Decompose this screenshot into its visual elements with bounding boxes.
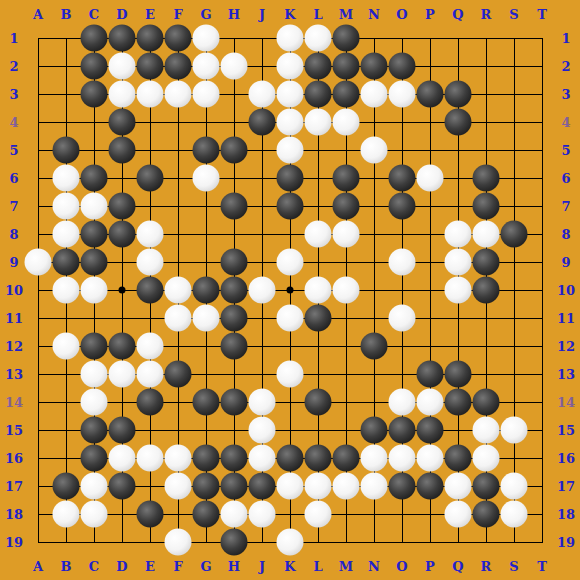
coord-label-left-12: 12 <box>5 339 23 354</box>
stone-black-H5[interactable] <box>221 137 248 164</box>
stone-black-O7[interactable] <box>389 193 416 220</box>
stone-white-K2[interactable] <box>277 53 304 80</box>
stone-black-D7[interactable] <box>109 193 136 220</box>
stone-white-K1[interactable] <box>277 25 304 52</box>
stone-black-M16[interactable] <box>333 445 360 472</box>
stone-black-P17[interactable] <box>417 473 444 500</box>
stone-white-B8[interactable] <box>53 221 80 248</box>
stone-black-C9[interactable] <box>81 249 108 276</box>
coord-label-left-8: 8 <box>9 227 18 242</box>
coord-label-bottom-N: N <box>368 559 380 574</box>
coord-label-left-10: 10 <box>5 283 23 298</box>
stone-white-B18[interactable] <box>53 501 80 528</box>
stone-white-H2[interactable] <box>221 53 248 80</box>
stone-black-H7[interactable] <box>221 193 248 220</box>
stone-white-Q17[interactable] <box>445 473 472 500</box>
stone-white-F11[interactable] <box>165 305 192 332</box>
coord-label-top-L: L <box>313 7 322 22</box>
coord-label-bottom-B: B <box>61 559 72 574</box>
stone-white-E12[interactable] <box>137 333 164 360</box>
coord-label-right-4: 4 <box>561 115 570 130</box>
stone-black-D15[interactable] <box>109 417 136 444</box>
coord-label-right-6: 6 <box>561 171 570 186</box>
coord-label-right-5: 5 <box>561 143 570 158</box>
stone-white-M10[interactable] <box>333 277 360 304</box>
stone-black-B5[interactable] <box>53 137 80 164</box>
stone-white-N5[interactable] <box>361 137 388 164</box>
stone-white-F10[interactable] <box>165 277 192 304</box>
stone-black-E1[interactable] <box>137 25 164 52</box>
stone-white-C13[interactable] <box>81 361 108 388</box>
coord-label-bottom-P: P <box>425 559 435 574</box>
stone-white-K3[interactable] <box>277 81 304 108</box>
stone-black-D8[interactable] <box>109 221 136 248</box>
stone-black-R17[interactable] <box>473 473 500 500</box>
stone-white-R8[interactable] <box>473 221 500 248</box>
stone-black-C6[interactable] <box>81 165 108 192</box>
coord-label-right-18: 18 <box>557 507 575 522</box>
stone-black-M1[interactable] <box>333 25 360 52</box>
stone-white-O14[interactable] <box>389 389 416 416</box>
stone-white-N17[interactable] <box>361 473 388 500</box>
coord-label-right-8: 8 <box>561 227 570 242</box>
coord-label-left-3: 3 <box>9 87 18 102</box>
stone-black-G16[interactable] <box>193 445 220 472</box>
coord-label-bottom-O: O <box>396 559 407 574</box>
stone-black-Q14[interactable] <box>445 389 472 416</box>
coord-label-top-H: H <box>228 7 240 22</box>
coord-label-left-2: 2 <box>9 59 18 74</box>
coord-label-bottom-H: H <box>228 559 240 574</box>
stone-white-J10[interactable] <box>249 277 276 304</box>
coord-label-bottom-D: D <box>116 559 127 574</box>
stone-black-C16[interactable] <box>81 445 108 472</box>
stone-white-M4[interactable] <box>333 109 360 136</box>
coord-label-right-16: 16 <box>557 451 575 466</box>
coord-label-left-16: 16 <box>5 451 23 466</box>
stone-white-M8[interactable] <box>333 221 360 248</box>
stone-black-L3[interactable] <box>305 81 332 108</box>
stone-black-C3[interactable] <box>81 81 108 108</box>
stone-white-H18[interactable] <box>221 501 248 528</box>
coord-label-right-2: 2 <box>561 59 570 74</box>
stone-white-J14[interactable] <box>249 389 276 416</box>
stone-black-M7[interactable] <box>333 193 360 220</box>
stone-black-E6[interactable] <box>137 165 164 192</box>
stone-black-R10[interactable] <box>473 277 500 304</box>
stone-black-M2[interactable] <box>333 53 360 80</box>
stone-black-G17[interactable] <box>193 473 220 500</box>
stone-white-B10[interactable] <box>53 277 80 304</box>
stone-black-R7[interactable] <box>473 193 500 220</box>
coord-label-bottom-T: T <box>537 559 547 574</box>
stone-white-J3[interactable] <box>249 81 276 108</box>
stone-black-H16[interactable] <box>221 445 248 472</box>
stone-black-C2[interactable] <box>81 53 108 80</box>
coord-label-left-18: 18 <box>5 507 23 522</box>
stone-black-H17[interactable] <box>221 473 248 500</box>
stone-black-M6[interactable] <box>333 165 360 192</box>
stone-black-D5[interactable] <box>109 137 136 164</box>
stone-black-H11[interactable] <box>221 305 248 332</box>
stone-white-F17[interactable] <box>165 473 192 500</box>
stone-white-K4[interactable] <box>277 109 304 136</box>
coord-label-bottom-M: M <box>339 559 353 574</box>
stone-black-E10[interactable] <box>137 277 164 304</box>
coord-label-top-J: J <box>259 7 265 22</box>
coord-label-top-O: O <box>396 7 407 22</box>
stone-white-R16[interactable] <box>473 445 500 472</box>
coord-label-left-15: 15 <box>5 423 23 438</box>
stone-white-J15[interactable] <box>249 417 276 444</box>
stone-black-O2[interactable] <box>389 53 416 80</box>
stone-black-O17[interactable] <box>389 473 416 500</box>
stone-black-G14[interactable] <box>193 389 220 416</box>
stone-white-E16[interactable] <box>137 445 164 472</box>
stone-white-D2[interactable] <box>109 53 136 80</box>
coord-label-right-1: 1 <box>561 31 570 46</box>
coord-label-right-10: 10 <box>557 283 575 298</box>
stone-black-H14[interactable] <box>221 389 248 416</box>
stone-white-C14[interactable] <box>81 389 108 416</box>
stone-white-D3[interactable] <box>109 81 136 108</box>
stone-white-B12[interactable] <box>53 333 80 360</box>
stone-black-L14[interactable] <box>305 389 332 416</box>
stone-black-F13[interactable] <box>165 361 192 388</box>
stone-white-G3[interactable] <box>193 81 220 108</box>
stone-white-F16[interactable] <box>165 445 192 472</box>
stone-white-L1[interactable] <box>305 25 332 52</box>
stone-black-F2[interactable] <box>165 53 192 80</box>
coord-label-bottom-K: K <box>284 559 295 574</box>
coord-label-left-7: 7 <box>9 199 18 214</box>
stone-black-P13[interactable] <box>417 361 444 388</box>
star-point-K10 <box>287 287 294 294</box>
coord-label-top-C: C <box>89 7 99 22</box>
stone-white-J18[interactable] <box>249 501 276 528</box>
stone-white-A9[interactable] <box>25 249 52 276</box>
stone-black-J17[interactable] <box>249 473 276 500</box>
stone-white-L17[interactable] <box>305 473 332 500</box>
coord-label-bottom-E: E <box>145 559 155 574</box>
stone-black-O6[interactable] <box>389 165 416 192</box>
stone-white-M17[interactable] <box>333 473 360 500</box>
coord-label-top-B: B <box>61 7 72 22</box>
stone-white-O9[interactable] <box>389 249 416 276</box>
coord-label-left-9: 9 <box>9 255 18 270</box>
stone-black-D12[interactable] <box>109 333 136 360</box>
stone-white-D16[interactable] <box>109 445 136 472</box>
stone-black-L2[interactable] <box>305 53 332 80</box>
stone-white-L8[interactable] <box>305 221 332 248</box>
stone-white-G6[interactable] <box>193 165 220 192</box>
stone-black-B9[interactable] <box>53 249 80 276</box>
stone-black-R6[interactable] <box>473 165 500 192</box>
coord-label-top-S: S <box>509 7 518 22</box>
coord-label-bottom-C: C <box>89 559 99 574</box>
stone-white-P16[interactable] <box>417 445 444 472</box>
coord-label-right-15: 15 <box>557 423 575 438</box>
coord-label-top-E: E <box>145 7 155 22</box>
stone-black-O15[interactable] <box>389 417 416 444</box>
stone-black-E18[interactable] <box>137 501 164 528</box>
stone-black-H19[interactable] <box>221 529 248 556</box>
stone-white-J16[interactable] <box>249 445 276 472</box>
stone-white-N3[interactable] <box>361 81 388 108</box>
stone-white-O3[interactable] <box>389 81 416 108</box>
stone-white-N16[interactable] <box>361 445 388 472</box>
stone-black-G18[interactable] <box>193 501 220 528</box>
stone-black-R18[interactable] <box>473 501 500 528</box>
stone-white-P14[interactable] <box>417 389 444 416</box>
coord-label-bottom-A: A <box>33 559 43 574</box>
coord-label-right-19: 19 <box>557 535 575 550</box>
stone-black-N12[interactable] <box>361 333 388 360</box>
stone-white-K17[interactable] <box>277 473 304 500</box>
stone-black-H12[interactable] <box>221 333 248 360</box>
stone-white-P6[interactable] <box>417 165 444 192</box>
stone-white-L18[interactable] <box>305 501 332 528</box>
stone-white-G11[interactable] <box>193 305 220 332</box>
stone-black-D1[interactable] <box>109 25 136 52</box>
stone-white-L10[interactable] <box>305 277 332 304</box>
stone-white-E3[interactable] <box>137 81 164 108</box>
stone-black-P15[interactable] <box>417 417 444 444</box>
stone-black-N15[interactable] <box>361 417 388 444</box>
stone-white-K11[interactable] <box>277 305 304 332</box>
stone-white-Q8[interactable] <box>445 221 472 248</box>
stone-white-F3[interactable] <box>165 81 192 108</box>
stone-black-K6[interactable] <box>277 165 304 192</box>
coord-label-left-5: 5 <box>9 143 18 158</box>
stone-white-B6[interactable] <box>53 165 80 192</box>
coord-label-top-R: R <box>481 7 492 22</box>
coord-label-top-G: G <box>200 7 211 22</box>
stone-black-C1[interactable] <box>81 25 108 52</box>
coord-label-left-19: 19 <box>5 535 23 550</box>
coord-label-bottom-L: L <box>313 559 322 574</box>
coord-label-right-14: 14 <box>557 395 575 410</box>
stone-white-C7[interactable] <box>81 193 108 220</box>
stone-white-O16[interactable] <box>389 445 416 472</box>
stone-black-G10[interactable] <box>193 277 220 304</box>
stone-black-N2[interactable] <box>361 53 388 80</box>
coord-label-left-4: 4 <box>9 115 18 130</box>
stone-white-Q9[interactable] <box>445 249 472 276</box>
stone-black-Q16[interactable] <box>445 445 472 472</box>
stone-black-K16[interactable] <box>277 445 304 472</box>
coord-label-top-K: K <box>284 7 295 22</box>
stone-black-D4[interactable] <box>109 109 136 136</box>
stone-white-K13[interactable] <box>277 361 304 388</box>
stone-black-R14[interactable] <box>473 389 500 416</box>
coord-label-top-A: A <box>33 7 43 22</box>
stone-white-Q10[interactable] <box>445 277 472 304</box>
stone-white-G1[interactable] <box>193 25 220 52</box>
stone-black-B17[interactable] <box>53 473 80 500</box>
stone-white-K5[interactable] <box>277 137 304 164</box>
coord-label-left-14: 14 <box>5 395 23 410</box>
stone-black-G5[interactable] <box>193 137 220 164</box>
coord-label-top-F: F <box>173 7 182 22</box>
stone-black-C15[interactable] <box>81 417 108 444</box>
coord-label-top-P: P <box>425 7 435 22</box>
stone-white-S15[interactable] <box>501 417 528 444</box>
stone-white-L4[interactable] <box>305 109 332 136</box>
coord-label-top-M: M <box>339 7 353 22</box>
stone-white-C17[interactable] <box>81 473 108 500</box>
stone-black-J4[interactable] <box>249 109 276 136</box>
coord-label-bottom-J: J <box>259 559 265 574</box>
stone-white-C10[interactable] <box>81 277 108 304</box>
stone-black-E14[interactable] <box>137 389 164 416</box>
coord-label-right-9: 9 <box>561 255 570 270</box>
coord-label-right-12: 12 <box>557 339 575 354</box>
stone-white-S18[interactable] <box>501 501 528 528</box>
go-board[interactable]: AABBCCDDEEFFGGHHJJKKLLMMNNOOPPQQRRSSTT11… <box>0 0 580 580</box>
stone-black-C8[interactable] <box>81 221 108 248</box>
stone-white-B7[interactable] <box>53 193 80 220</box>
stone-black-S8[interactable] <box>501 221 528 248</box>
stone-black-Q3[interactable] <box>445 81 472 108</box>
stone-black-M3[interactable] <box>333 81 360 108</box>
stone-black-C12[interactable] <box>81 333 108 360</box>
coord-label-bottom-Q: Q <box>452 559 463 574</box>
stone-white-F19[interactable] <box>165 529 192 556</box>
stone-black-L16[interactable] <box>305 445 332 472</box>
coord-label-top-D: D <box>116 7 127 22</box>
stone-white-E13[interactable] <box>137 361 164 388</box>
coord-label-left-17: 17 <box>5 479 23 494</box>
stone-black-R9[interactable] <box>473 249 500 276</box>
stone-white-K19[interactable] <box>277 529 304 556</box>
stone-white-S17[interactable] <box>501 473 528 500</box>
coord-label-top-Q: Q <box>452 7 463 22</box>
coord-label-left-13: 13 <box>5 367 23 382</box>
stone-white-E8[interactable] <box>137 221 164 248</box>
stone-white-O11[interactable] <box>389 305 416 332</box>
stone-black-H10[interactable] <box>221 277 248 304</box>
stone-white-D13[interactable] <box>109 361 136 388</box>
stone-black-Q13[interactable] <box>445 361 472 388</box>
stone-white-G2[interactable] <box>193 53 220 80</box>
stone-black-E2[interactable] <box>137 53 164 80</box>
coord-label-top-T: T <box>537 7 547 22</box>
stone-white-C18[interactable] <box>81 501 108 528</box>
star-point-D10 <box>119 287 126 294</box>
coord-label-left-1: 1 <box>9 31 18 46</box>
coord-label-right-17: 17 <box>557 479 575 494</box>
stone-black-D17[interactable] <box>109 473 136 500</box>
stone-black-K7[interactable] <box>277 193 304 220</box>
stone-black-Q4[interactable] <box>445 109 472 136</box>
coord-label-bottom-R: R <box>481 559 492 574</box>
coord-label-right-7: 7 <box>561 199 570 214</box>
stone-white-Q18[interactable] <box>445 501 472 528</box>
coord-label-right-13: 13 <box>557 367 575 382</box>
coord-label-bottom-S: S <box>509 559 518 574</box>
stone-black-P3[interactable] <box>417 81 444 108</box>
coord-label-bottom-F: F <box>173 559 182 574</box>
stone-white-R15[interactable] <box>473 417 500 444</box>
coord-label-left-6: 6 <box>9 171 18 186</box>
coord-label-top-N: N <box>368 7 380 22</box>
coord-label-right-3: 3 <box>561 87 570 102</box>
stone-black-H9[interactable] <box>221 249 248 276</box>
coord-label-right-11: 11 <box>557 311 575 326</box>
stone-white-E9[interactable] <box>137 249 164 276</box>
stone-black-L11[interactable] <box>305 305 332 332</box>
coord-label-left-11: 11 <box>5 311 23 326</box>
stone-white-K9[interactable] <box>277 249 304 276</box>
stone-black-F1[interactable] <box>165 25 192 52</box>
coord-label-bottom-G: G <box>200 559 211 574</box>
